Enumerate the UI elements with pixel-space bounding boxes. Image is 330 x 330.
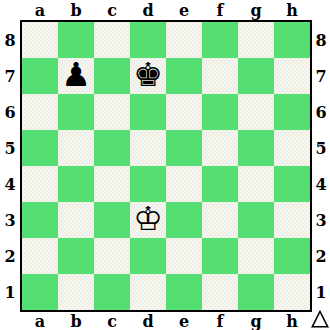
square-b3[interactable]: [58, 202, 94, 238]
file-label-top-e: e: [166, 0, 202, 20]
square-d5[interactable]: [130, 130, 166, 166]
square-g6[interactable]: [238, 94, 274, 130]
square-a2[interactable]: [22, 238, 58, 274]
square-f7[interactable]: [202, 58, 238, 94]
square-f5[interactable]: [202, 130, 238, 166]
square-d1[interactable]: [130, 274, 166, 310]
rank-label-right-8: 8: [311, 22, 330, 58]
piece-black-pawn-b7[interactable]: ♟: [61, 57, 91, 93]
chess-diagram: ♟♚♔ aabbccddeeffgghh8877665544332211: [0, 0, 330, 330]
square-c1[interactable]: [94, 274, 130, 310]
square-h6[interactable]: [274, 94, 310, 130]
square-b6[interactable]: [58, 94, 94, 130]
square-f1[interactable]: [202, 274, 238, 310]
file-label-top-c: c: [94, 0, 130, 20]
square-a1[interactable]: [22, 274, 58, 310]
square-a4[interactable]: [22, 166, 58, 202]
square-g5[interactable]: [238, 130, 274, 166]
rank-label-left-6: 6: [0, 94, 20, 130]
square-a8[interactable]: [22, 22, 58, 58]
square-e1[interactable]: [166, 274, 202, 310]
square-h5[interactable]: [274, 130, 310, 166]
square-g1[interactable]: [238, 274, 274, 310]
square-g4[interactable]: [238, 166, 274, 202]
square-a5[interactable]: [22, 130, 58, 166]
square-c4[interactable]: [94, 166, 130, 202]
square-g7[interactable]: [238, 58, 274, 94]
square-a7[interactable]: [22, 58, 58, 94]
rank-label-left-7: 7: [0, 58, 20, 94]
square-h7[interactable]: [274, 58, 310, 94]
file-label-top-g: g: [238, 0, 274, 20]
file-label-top-b: b: [58, 0, 94, 20]
file-label-bottom-c: c: [94, 311, 130, 330]
rank-label-right-3: 3: [311, 202, 330, 238]
piece-black-king-d7[interactable]: ♚: [133, 57, 163, 93]
square-h2[interactable]: [274, 238, 310, 274]
square-f2[interactable]: [202, 238, 238, 274]
file-label-bottom-f: f: [202, 311, 238, 330]
square-g8[interactable]: [238, 22, 274, 58]
rank-label-left-2: 2: [0, 238, 20, 274]
file-label-bottom-h: h: [274, 311, 310, 330]
rank-label-right-2: 2: [311, 238, 330, 274]
file-label-bottom-e: e: [166, 311, 202, 330]
rank-label-right-5: 5: [311, 130, 330, 166]
file-label-bottom-g: g: [238, 311, 274, 330]
square-h1[interactable]: [274, 274, 310, 310]
piece-white-king-d3[interactable]: ♔: [133, 201, 163, 237]
square-f4[interactable]: [202, 166, 238, 202]
file-label-bottom-b: b: [58, 311, 94, 330]
square-c5[interactable]: [94, 130, 130, 166]
square-e4[interactable]: [166, 166, 202, 202]
rank-label-left-5: 5: [0, 130, 20, 166]
square-d6[interactable]: [130, 94, 166, 130]
square-e8[interactable]: [166, 22, 202, 58]
square-c3[interactable]: [94, 202, 130, 238]
square-d4[interactable]: [130, 166, 166, 202]
square-e2[interactable]: [166, 238, 202, 274]
chess-board: ♟♚♔: [20, 20, 312, 312]
rank-label-left-8: 8: [0, 22, 20, 58]
square-d8[interactable]: [130, 22, 166, 58]
rank-label-left-1: 1: [0, 274, 20, 310]
rank-label-right-1: 1: [311, 274, 330, 310]
file-label-top-h: h: [274, 0, 310, 20]
square-c2[interactable]: [94, 238, 130, 274]
square-b7[interactable]: ♟: [58, 58, 94, 94]
square-e5[interactable]: [166, 130, 202, 166]
white-to-move-icon: [311, 310, 329, 328]
square-a6[interactable]: [22, 94, 58, 130]
square-f3[interactable]: [202, 202, 238, 238]
square-h4[interactable]: [274, 166, 310, 202]
square-h8[interactable]: [274, 22, 310, 58]
square-b2[interactable]: [58, 238, 94, 274]
rank-label-left-3: 3: [0, 202, 20, 238]
square-e3[interactable]: [166, 202, 202, 238]
square-e6[interactable]: [166, 94, 202, 130]
file-label-bottom-a: a: [22, 311, 58, 330]
square-g3[interactable]: [238, 202, 274, 238]
file-label-top-f: f: [202, 0, 238, 20]
square-c6[interactable]: [94, 94, 130, 130]
square-d2[interactable]: [130, 238, 166, 274]
square-f6[interactable]: [202, 94, 238, 130]
square-d3[interactable]: ♔: [130, 202, 166, 238]
file-label-bottom-d: d: [130, 311, 166, 330]
rank-label-right-6: 6: [311, 94, 330, 130]
square-a3[interactable]: [22, 202, 58, 238]
square-b8[interactable]: [58, 22, 94, 58]
file-label-top-d: d: [130, 0, 166, 20]
square-f8[interactable]: [202, 22, 238, 58]
square-c7[interactable]: [94, 58, 130, 94]
rank-label-right-4: 4: [311, 166, 330, 202]
square-g2[interactable]: [238, 238, 274, 274]
rank-label-right-7: 7: [311, 58, 330, 94]
square-h3[interactable]: [274, 202, 310, 238]
file-label-top-a: a: [22, 0, 58, 20]
rank-label-left-4: 4: [0, 166, 20, 202]
square-e7[interactable]: [166, 58, 202, 94]
square-b5[interactable]: [58, 130, 94, 166]
square-b1[interactable]: [58, 274, 94, 310]
square-c8[interactable]: [94, 22, 130, 58]
square-b4[interactable]: [58, 166, 94, 202]
square-d7[interactable]: ♚: [130, 58, 166, 94]
